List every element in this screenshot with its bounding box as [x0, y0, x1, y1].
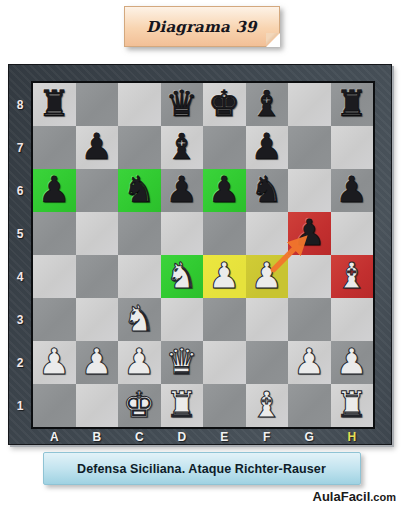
- caption-box: Defensa Siciliana. Ataque Richter-Rauser: [43, 452, 361, 485]
- square-c7: [118, 126, 161, 169]
- square-h4: ♝: [331, 255, 374, 298]
- piece-white-knight: ♞: [166, 254, 198, 297]
- square-b3: [76, 298, 119, 341]
- square-e2: [203, 341, 246, 384]
- square-c8: [118, 83, 161, 126]
- piece-black-pawn: ♟: [38, 168, 70, 211]
- square-d2: ♛: [161, 341, 204, 384]
- square-a2: ♟: [33, 341, 76, 384]
- file-labels: ABCDEFGH: [33, 429, 373, 445]
- square-h7: [331, 126, 374, 169]
- square-h1: ♜: [331, 384, 374, 427]
- square-a4: [33, 255, 76, 298]
- rank-label-7: 7: [9, 126, 31, 169]
- rank-label-5: 5: [9, 212, 31, 255]
- site-watermark: AulaFacil.com: [313, 487, 396, 505]
- piece-white-bishop: ♝: [336, 254, 368, 297]
- piece-black-pawn: ♟: [81, 125, 113, 168]
- piece-white-pawn: ♟: [208, 254, 240, 297]
- square-b6: [76, 169, 119, 212]
- piece-white-pawn: ♟: [251, 254, 283, 297]
- square-b1: [76, 384, 119, 427]
- square-e8: ♚: [203, 83, 246, 126]
- piece-black-pawn: ♟: [336, 168, 368, 211]
- square-c2: ♟: [118, 341, 161, 384]
- square-f2: [246, 341, 289, 384]
- watermark-suffix: .com: [370, 491, 396, 503]
- watermark-brand: AulaFacil: [313, 489, 371, 504]
- square-h6: ♟: [331, 169, 374, 212]
- piece-black-bishop: ♝: [251, 82, 283, 125]
- square-a8: ♜: [33, 83, 76, 126]
- square-d6: ♟: [161, 169, 204, 212]
- file-label-e: E: [203, 429, 246, 445]
- piece-black-knight: ♞: [123, 168, 155, 211]
- square-d8: ♛: [161, 83, 204, 126]
- piece-white-queen: ♛: [166, 340, 198, 383]
- file-label-a: A: [33, 429, 76, 445]
- piece-white-pawn: ♟: [336, 340, 368, 383]
- piece-black-bishop: ♝: [166, 125, 198, 168]
- piece-black-king: ♚: [208, 82, 240, 125]
- square-g7: [288, 126, 331, 169]
- square-b2: ♟: [76, 341, 119, 384]
- square-e6: ♟: [203, 169, 246, 212]
- square-a6: ♟: [33, 169, 76, 212]
- rank-label-3: 3: [9, 298, 31, 341]
- rank-label-8: 8: [9, 83, 31, 126]
- square-e3: [203, 298, 246, 341]
- square-h5: [331, 212, 374, 255]
- square-g5: ♟: [288, 212, 331, 255]
- square-f6: ♞: [246, 169, 289, 212]
- piece-black-rook: ♜: [336, 82, 368, 125]
- square-e4: ♟: [203, 255, 246, 298]
- title-banner: Diagrama 39: [124, 6, 280, 47]
- file-label-g: G: [288, 429, 331, 445]
- rank-label-1: 1: [9, 384, 31, 427]
- chess-board: 87654321 ♜♛♚♝♜♟♝♟♟♞♟♟♞♟♟♞♟♟♝♞♟♟♟♛♟♟♚♜♝♜ …: [8, 64, 392, 445]
- piece-black-pawn: ♟: [251, 125, 283, 168]
- rank-label-6: 6: [9, 169, 31, 212]
- piece-white-pawn: ♟: [123, 340, 155, 383]
- piece-white-bishop: ♝: [251, 383, 283, 426]
- piece-black-rook: ♜: [38, 82, 70, 125]
- piece-white-rook: ♜: [336, 383, 368, 426]
- square-d1: ♜: [161, 384, 204, 427]
- square-f8: ♝: [246, 83, 289, 126]
- piece-black-pawn: ♟: [208, 168, 240, 211]
- diagram-title: Diagrama 39: [146, 18, 256, 36]
- piece-white-pawn: ♟: [293, 340, 325, 383]
- square-a7: [33, 126, 76, 169]
- rank-label-4: 4: [9, 255, 31, 298]
- square-a1: [33, 384, 76, 427]
- piece-white-pawn: ♟: [81, 340, 113, 383]
- piece-white-pawn: ♟: [38, 340, 70, 383]
- caption-text: Defensa Siciliana. Ataque Richter-Rauser: [77, 462, 326, 476]
- square-c6: ♞: [118, 169, 161, 212]
- piece-black-pawn: ♟: [166, 168, 198, 211]
- piece-white-king: ♚: [123, 383, 155, 426]
- file-label-c: C: [118, 429, 161, 445]
- piece-white-rook: ♜: [166, 383, 198, 426]
- square-f1: ♝: [246, 384, 289, 427]
- square-h3: [331, 298, 374, 341]
- square-d3: [161, 298, 204, 341]
- square-h8: ♜: [331, 83, 374, 126]
- file-label-h: H: [331, 429, 374, 445]
- square-g2: ♟: [288, 341, 331, 384]
- file-label-f: F: [246, 429, 289, 445]
- square-g8: [288, 83, 331, 126]
- square-f4: ♟: [246, 255, 289, 298]
- square-a3: [33, 298, 76, 341]
- square-g4: [288, 255, 331, 298]
- square-b4: [76, 255, 119, 298]
- square-e7: [203, 126, 246, 169]
- square-g1: [288, 384, 331, 427]
- square-b7: ♟: [76, 126, 119, 169]
- board-playing-area: ♜♛♚♝♜♟♝♟♟♞♟♟♞♟♟♞♟♟♝♞♟♟♟♛♟♟♚♜♝♜: [31, 81, 375, 429]
- square-h2: ♟: [331, 341, 374, 384]
- square-b8: [76, 83, 119, 126]
- piece-black-pawn: ♟: [293, 211, 325, 254]
- square-c5: [118, 212, 161, 255]
- piece-black-knight: ♞: [251, 168, 283, 211]
- file-label-d: D: [161, 429, 204, 445]
- square-c1: ♚: [118, 384, 161, 427]
- square-f7: ♟: [246, 126, 289, 169]
- rank-labels: 87654321: [9, 83, 31, 427]
- file-label-b: B: [76, 429, 119, 445]
- square-g3: [288, 298, 331, 341]
- square-f3: [246, 298, 289, 341]
- piece-white-knight: ♞: [123, 297, 155, 340]
- rank-label-2: 2: [9, 341, 31, 384]
- square-g6: [288, 169, 331, 212]
- square-d4: ♞: [161, 255, 204, 298]
- board-grid: ♜♛♚♝♜♟♝♟♟♞♟♟♞♟♟♞♟♟♝♞♟♟♟♛♟♟♚♜♝♜: [33, 83, 373, 427]
- square-d7: ♝: [161, 126, 204, 169]
- square-f5: [246, 212, 289, 255]
- square-d5: [161, 212, 204, 255]
- square-c4: [118, 255, 161, 298]
- square-b5: [76, 212, 119, 255]
- piece-black-queen: ♛: [166, 82, 198, 125]
- square-c3: ♞: [118, 298, 161, 341]
- square-e1: [203, 384, 246, 427]
- square-a5: [33, 212, 76, 255]
- square-e5: [203, 212, 246, 255]
